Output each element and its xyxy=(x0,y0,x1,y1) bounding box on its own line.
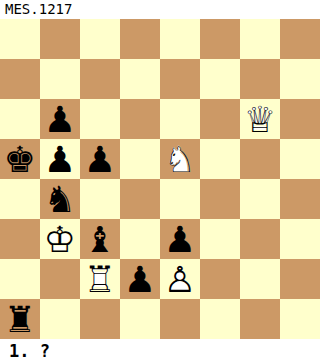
square-b1[interactable] xyxy=(40,299,80,339)
square-f7[interactable] xyxy=(200,59,240,99)
square-f5[interactable] xyxy=(200,139,240,179)
square-h6[interactable] xyxy=(280,99,320,139)
square-b4[interactable]: ♞ xyxy=(40,179,80,219)
square-g4[interactable] xyxy=(240,179,280,219)
white-pawn-piece: ♙ xyxy=(160,259,200,299)
square-e4[interactable] xyxy=(160,179,200,219)
black-king-piece: ♚ xyxy=(0,139,40,179)
square-c1[interactable] xyxy=(80,299,120,339)
white-rook-piece: ♖ xyxy=(80,259,120,299)
square-a6[interactable] xyxy=(0,99,40,139)
square-d8[interactable] xyxy=(120,19,160,59)
square-a7[interactable] xyxy=(0,59,40,99)
square-f2[interactable] xyxy=(200,259,240,299)
square-d6[interactable] xyxy=(120,99,160,139)
square-e6[interactable] xyxy=(160,99,200,139)
black-bishop-piece: ♝ xyxy=(80,219,120,259)
square-e8[interactable] xyxy=(160,19,200,59)
puzzle-id: MES.1217 xyxy=(0,0,320,19)
square-g6[interactable]: ♛♕ xyxy=(240,99,280,139)
square-c6[interactable] xyxy=(80,99,120,139)
square-c7[interactable] xyxy=(80,59,120,99)
square-f6[interactable] xyxy=(200,99,240,139)
chess-board: ♟♛♕♚♟♟♞♘♞♚♔♝♟♜♖♟♟♙♜ xyxy=(0,19,320,339)
square-c8[interactable] xyxy=(80,19,120,59)
square-e3[interactable]: ♟ xyxy=(160,219,200,259)
black-knight-piece: ♞ xyxy=(40,179,80,219)
square-b5[interactable]: ♟ xyxy=(40,139,80,179)
square-b6[interactable]: ♟ xyxy=(40,99,80,139)
square-h7[interactable] xyxy=(280,59,320,99)
white-knight-piece-fill: ♞ xyxy=(160,139,200,179)
black-pawn-piece: ♟ xyxy=(80,139,120,179)
black-rook-piece: ♜ xyxy=(0,299,40,339)
square-c2[interactable]: ♜♖ xyxy=(80,259,120,299)
square-e2[interactable]: ♟♙ xyxy=(160,259,200,299)
square-g8[interactable] xyxy=(240,19,280,59)
white-king-piece-fill: ♚ xyxy=(40,219,80,259)
square-g5[interactable] xyxy=(240,139,280,179)
square-h3[interactable] xyxy=(280,219,320,259)
square-h4[interactable] xyxy=(280,179,320,219)
square-h1[interactable] xyxy=(280,299,320,339)
square-e5[interactable]: ♞♘ xyxy=(160,139,200,179)
square-b7[interactable] xyxy=(40,59,80,99)
white-knight-piece: ♘ xyxy=(160,139,200,179)
square-e7[interactable] xyxy=(160,59,200,99)
square-h2[interactable] xyxy=(280,259,320,299)
square-b8[interactable] xyxy=(40,19,80,59)
square-e1[interactable] xyxy=(160,299,200,339)
square-c4[interactable] xyxy=(80,179,120,219)
square-a5[interactable]: ♚ xyxy=(0,139,40,179)
square-c3[interactable]: ♝ xyxy=(80,219,120,259)
square-d7[interactable] xyxy=(120,59,160,99)
square-d1[interactable] xyxy=(120,299,160,339)
square-d2[interactable]: ♟ xyxy=(120,259,160,299)
black-pawn-piece: ♟ xyxy=(40,139,80,179)
square-f8[interactable] xyxy=(200,19,240,59)
square-h8[interactable] xyxy=(280,19,320,59)
square-f4[interactable] xyxy=(200,179,240,219)
square-g3[interactable] xyxy=(240,219,280,259)
white-queen-piece-fill: ♛ xyxy=(240,99,280,139)
square-d5[interactable] xyxy=(120,139,160,179)
square-b2[interactable] xyxy=(40,259,80,299)
square-a3[interactable] xyxy=(0,219,40,259)
square-a4[interactable] xyxy=(0,179,40,219)
square-f1[interactable] xyxy=(200,299,240,339)
square-g1[interactable] xyxy=(240,299,280,339)
white-pawn-piece-fill: ♟ xyxy=(160,259,200,299)
black-pawn-piece: ♟ xyxy=(120,259,160,299)
square-a2[interactable] xyxy=(0,259,40,299)
square-g2[interactable] xyxy=(240,259,280,299)
square-d4[interactable] xyxy=(120,179,160,219)
white-rook-piece-fill: ♜ xyxy=(80,259,120,299)
square-a1[interactable]: ♜ xyxy=(0,299,40,339)
square-h5[interactable] xyxy=(280,139,320,179)
square-b3[interactable]: ♚♔ xyxy=(40,219,80,259)
black-pawn-piece: ♟ xyxy=(160,219,200,259)
move-prompt: 1. ? xyxy=(0,339,320,360)
square-g7[interactable] xyxy=(240,59,280,99)
square-d3[interactable] xyxy=(120,219,160,259)
square-a8[interactable] xyxy=(0,19,40,59)
square-f3[interactable] xyxy=(200,219,240,259)
square-c5[interactable]: ♟ xyxy=(80,139,120,179)
black-pawn-piece: ♟ xyxy=(40,99,80,139)
white-king-piece: ♔ xyxy=(40,219,80,259)
white-queen-piece: ♕ xyxy=(240,99,280,139)
